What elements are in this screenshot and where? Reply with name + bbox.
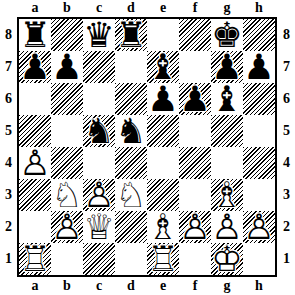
file-label-bottom-f: f bbox=[179, 278, 211, 295]
rank-label-right-3: 3 bbox=[278, 179, 295, 211]
piece-body-layer: ♞ bbox=[83, 115, 115, 147]
rank-label-left-8: 8 bbox=[0, 19, 17, 51]
file-label-bottom-a: a bbox=[19, 278, 51, 295]
square-h7[interactable]: ♟ bbox=[243, 51, 275, 83]
square-h5[interactable] bbox=[243, 115, 275, 147]
square-g1[interactable]: ♚♔ bbox=[211, 243, 243, 275]
piece-body-layer: ♟ bbox=[179, 83, 211, 115]
square-a1[interactable]: ♜♖ bbox=[19, 243, 51, 275]
piece-outline-layer: ♖ bbox=[19, 243, 51, 275]
file-label-top-h: h bbox=[243, 0, 275, 17]
square-f8[interactable] bbox=[179, 19, 211, 51]
piece-black-pawn-icon[interactable]: ♟ bbox=[51, 51, 83, 83]
chess-board: ♜♛♜♚♟♟♝♟♟♟♟♝♞♞♟♙♞♘♟♙♞♘♝♗♟♙♛♕♝♗♟♙♟♙♟♙♜♖♜♖… bbox=[17, 17, 277, 277]
file-label-bottom-g: g bbox=[211, 278, 243, 295]
piece-white-rook-icon[interactable]: ♜♖ bbox=[19, 243, 51, 275]
file-label-bottom-c: c bbox=[83, 278, 115, 295]
rank-labels-right: 87654321 bbox=[278, 19, 295, 275]
rank-label-left-6: 6 bbox=[0, 83, 17, 115]
file-label-bottom-b: b bbox=[51, 278, 83, 295]
square-f1[interactable] bbox=[179, 243, 211, 275]
square-d2[interactable] bbox=[115, 211, 147, 243]
square-c2[interactable]: ♛♕ bbox=[83, 211, 115, 243]
square-h4[interactable] bbox=[243, 147, 275, 179]
square-c8[interactable]: ♛ bbox=[83, 19, 115, 51]
rank-label-right-5: 5 bbox=[278, 115, 295, 147]
rank-label-left-7: 7 bbox=[0, 51, 17, 83]
rank-label-left-1: 1 bbox=[0, 243, 17, 275]
piece-body-layer: ♝ bbox=[211, 83, 243, 115]
rank-labels-left: 87654321 bbox=[0, 19, 17, 275]
file-label-bottom-h: h bbox=[243, 278, 275, 295]
square-b5[interactable] bbox=[51, 115, 83, 147]
rank-label-left-3: 3 bbox=[0, 179, 17, 211]
file-label-top-e: e bbox=[147, 0, 179, 17]
file-labels-bottom: abcdefgh bbox=[19, 278, 275, 295]
piece-outline-layer: ♘ bbox=[115, 179, 147, 211]
piece-black-queen-icon[interactable]: ♛ bbox=[83, 19, 115, 51]
square-d5[interactable]: ♞ bbox=[115, 115, 147, 147]
rank-label-right-8: 8 bbox=[278, 19, 295, 51]
piece-body-layer: ♜ bbox=[115, 19, 147, 51]
square-e5[interactable] bbox=[147, 115, 179, 147]
piece-body-layer: ♟ bbox=[243, 51, 275, 83]
square-d1[interactable] bbox=[115, 243, 147, 275]
square-f4[interactable] bbox=[179, 147, 211, 179]
square-c1[interactable] bbox=[83, 243, 115, 275]
rank-label-right-4: 4 bbox=[278, 147, 295, 179]
square-d8[interactable]: ♜ bbox=[115, 19, 147, 51]
square-b7[interactable]: ♟ bbox=[51, 51, 83, 83]
piece-black-knight-icon[interactable]: ♞ bbox=[83, 115, 115, 147]
rank-label-right-1: 1 bbox=[278, 243, 295, 275]
square-d3[interactable]: ♞♘ bbox=[115, 179, 147, 211]
square-a6[interactable] bbox=[19, 83, 51, 115]
rank-label-right-2: 2 bbox=[278, 211, 295, 243]
file-label-bottom-d: d bbox=[115, 278, 147, 295]
piece-black-bishop-icon[interactable]: ♝ bbox=[211, 83, 243, 115]
square-h1[interactable] bbox=[243, 243, 275, 275]
square-a7[interactable]: ♟ bbox=[19, 51, 51, 83]
rank-label-right-7: 7 bbox=[278, 51, 295, 83]
piece-white-king-icon[interactable]: ♚♔ bbox=[211, 243, 243, 275]
piece-white-pawn-icon[interactable]: ♟♙ bbox=[51, 211, 83, 243]
piece-body-layer: ♟ bbox=[147, 83, 179, 115]
rank-label-left-5: 5 bbox=[0, 115, 17, 147]
piece-outline-layer: ♙ bbox=[19, 147, 51, 179]
piece-white-pawn-icon[interactable]: ♟♙ bbox=[179, 211, 211, 243]
piece-body-layer: ♟ bbox=[51, 51, 83, 83]
rank-label-left-2: 2 bbox=[0, 211, 17, 243]
piece-body-layer: ♛ bbox=[83, 19, 115, 51]
file-label-top-b: b bbox=[51, 0, 83, 17]
piece-outline-layer: ♕ bbox=[83, 211, 115, 243]
file-label-bottom-e: e bbox=[147, 278, 179, 295]
piece-white-pawn-icon[interactable]: ♟♙ bbox=[243, 211, 275, 243]
piece-body-layer: ♟ bbox=[19, 51, 51, 83]
piece-body-layer: ♞ bbox=[115, 115, 147, 147]
piece-outline-layer: ♙ bbox=[243, 211, 275, 243]
square-h6[interactable] bbox=[243, 83, 275, 115]
piece-outline-layer: ♖ bbox=[147, 243, 179, 275]
square-e1[interactable]: ♜♖ bbox=[147, 243, 179, 275]
square-c5[interactable]: ♞ bbox=[83, 115, 115, 147]
square-a4[interactable]: ♟♙ bbox=[19, 147, 51, 179]
square-g5[interactable] bbox=[211, 115, 243, 147]
square-c7[interactable] bbox=[83, 51, 115, 83]
square-d7[interactable] bbox=[115, 51, 147, 83]
rank-label-right-6: 6 bbox=[278, 83, 295, 115]
piece-white-rook-icon[interactable]: ♜♖ bbox=[147, 243, 179, 275]
piece-black-knight-icon[interactable]: ♞ bbox=[115, 115, 147, 147]
piece-white-queen-icon[interactable]: ♛♕ bbox=[83, 211, 115, 243]
square-h2[interactable]: ♟♙ bbox=[243, 211, 275, 243]
file-label-top-f: f bbox=[179, 0, 211, 17]
square-b1[interactable] bbox=[51, 243, 83, 275]
piece-black-pawn-icon[interactable]: ♟ bbox=[147, 83, 179, 115]
rank-label-left-4: 4 bbox=[0, 147, 17, 179]
piece-black-rook-icon[interactable]: ♜ bbox=[115, 19, 147, 51]
piece-outline-layer: ♙ bbox=[51, 211, 83, 243]
square-f5[interactable] bbox=[179, 115, 211, 147]
piece-outline-layer: ♔ bbox=[211, 243, 243, 275]
piece-black-pawn-icon[interactable]: ♟ bbox=[19, 51, 51, 83]
square-a3[interactable] bbox=[19, 179, 51, 211]
square-e6[interactable]: ♟ bbox=[147, 83, 179, 115]
piece-white-knight-icon[interactable]: ♞♘ bbox=[115, 179, 147, 211]
square-b2[interactable]: ♟♙ bbox=[51, 211, 83, 243]
piece-outline-layer: ♙ bbox=[179, 211, 211, 243]
piece-black-pawn-icon[interactable]: ♟ bbox=[179, 83, 211, 115]
chess-diagram: abcdefgh 87654321 87654321 abcdefgh ♜♛♜♚… bbox=[0, 0, 295, 295]
square-g6[interactable]: ♝ bbox=[211, 83, 243, 115]
square-e4[interactable] bbox=[147, 147, 179, 179]
square-f6[interactable]: ♟ bbox=[179, 83, 211, 115]
square-f2[interactable]: ♟♙ bbox=[179, 211, 211, 243]
piece-black-pawn-icon[interactable]: ♟ bbox=[243, 51, 275, 83]
square-b6[interactable] bbox=[51, 83, 83, 115]
piece-white-pawn-icon[interactable]: ♟♙ bbox=[19, 147, 51, 179]
